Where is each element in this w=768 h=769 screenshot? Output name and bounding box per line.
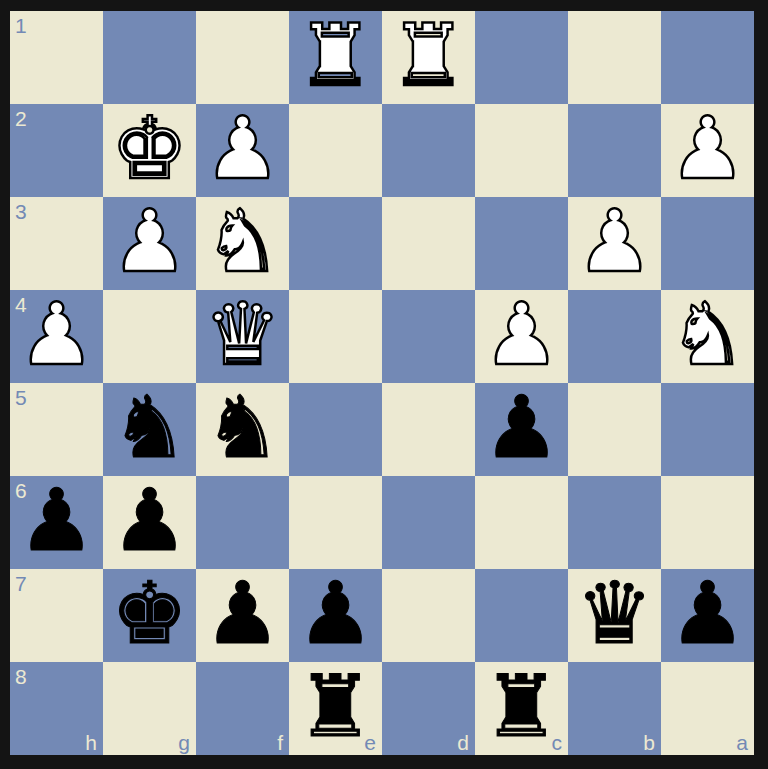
- piece-black-king-g7[interactable]: ♚: [111, 567, 188, 660]
- square-e4[interactable]: [289, 290, 382, 383]
- square-d3[interactable]: [382, 197, 475, 290]
- piece-white-rook-d1[interactable]: ♜: [390, 9, 467, 102]
- piece-white-pawn-c4[interactable]: ♟: [483, 288, 560, 381]
- square-f7[interactable]: ♟: [196, 569, 289, 662]
- square-d1[interactable]: ♜: [382, 11, 475, 104]
- rank-label-7: 7: [15, 573, 27, 594]
- square-d7[interactable]: [382, 569, 475, 662]
- square-e1[interactable]: ♜: [289, 11, 382, 104]
- square-b7[interactable]: ♛: [568, 569, 661, 662]
- square-h6[interactable]: 6♟: [10, 476, 103, 569]
- file-label-a: a: [736, 732, 748, 753]
- square-g1[interactable]: [103, 11, 196, 104]
- piece-black-knight-g5[interactable]: ♞: [111, 381, 188, 474]
- square-c7[interactable]: [475, 569, 568, 662]
- square-g4[interactable]: [103, 290, 196, 383]
- piece-black-queen-b7[interactable]: ♛: [576, 567, 653, 660]
- piece-black-rook-e8[interactable]: ♜: [297, 660, 374, 753]
- square-f6[interactable]: [196, 476, 289, 569]
- square-d4[interactable]: [382, 290, 475, 383]
- rank-label-1: 1: [15, 15, 27, 36]
- piece-white-pawn-g3[interactable]: ♟: [111, 195, 188, 288]
- square-b4[interactable]: [568, 290, 661, 383]
- square-h5[interactable]: 5: [10, 383, 103, 476]
- piece-black-pawn-f7[interactable]: ♟: [204, 567, 281, 660]
- square-f5[interactable]: ♞: [196, 383, 289, 476]
- rank-label-3: 3: [15, 201, 27, 222]
- square-e5[interactable]: [289, 383, 382, 476]
- square-h1[interactable]: 1: [10, 11, 103, 104]
- square-d6[interactable]: [382, 476, 475, 569]
- square-b6[interactable]: [568, 476, 661, 569]
- square-d5[interactable]: [382, 383, 475, 476]
- piece-black-knight-f5[interactable]: ♞: [204, 381, 281, 474]
- square-h4[interactable]: 4♟: [10, 290, 103, 383]
- square-c6[interactable]: [475, 476, 568, 569]
- square-f3[interactable]: ♞: [196, 197, 289, 290]
- square-e2[interactable]: [289, 104, 382, 197]
- square-f4[interactable]: ♛: [196, 290, 289, 383]
- square-b5[interactable]: [568, 383, 661, 476]
- chess-board: 1♜♜2♚♟♟3♟♞♟4♟♛♟♞5♞♞♟6♟♟7♚♟♟♛♟8hgfe♜dc♜ba: [10, 11, 754, 755]
- file-label-d: d: [457, 732, 469, 753]
- square-h3[interactable]: 3: [10, 197, 103, 290]
- square-e3[interactable]: [289, 197, 382, 290]
- square-c2[interactable]: [475, 104, 568, 197]
- square-f1[interactable]: [196, 11, 289, 104]
- square-b8[interactable]: b: [568, 662, 661, 755]
- square-d2[interactable]: [382, 104, 475, 197]
- square-a2[interactable]: ♟: [661, 104, 754, 197]
- piece-white-pawn-f2[interactable]: ♟: [204, 102, 281, 195]
- square-b1[interactable]: [568, 11, 661, 104]
- square-e8[interactable]: e♜: [289, 662, 382, 755]
- rank-label-8: 8: [15, 666, 27, 687]
- piece-white-pawn-b3[interactable]: ♟: [576, 195, 653, 288]
- square-f8[interactable]: f: [196, 662, 289, 755]
- square-a1[interactable]: [661, 11, 754, 104]
- square-a8[interactable]: a: [661, 662, 754, 755]
- board-frame: 1♜♜2♚♟♟3♟♞♟4♟♛♟♞5♞♞♟6♟♟7♚♟♟♛♟8hgfe♜dc♜ba: [0, 0, 768, 769]
- piece-black-pawn-h6[interactable]: ♟: [18, 474, 95, 567]
- square-g3[interactable]: ♟: [103, 197, 196, 290]
- piece-white-pawn-h4[interactable]: ♟: [18, 288, 95, 381]
- square-h2[interactable]: 2: [10, 104, 103, 197]
- square-g6[interactable]: ♟: [103, 476, 196, 569]
- square-a4[interactable]: ♞: [661, 290, 754, 383]
- piece-white-knight-a4[interactable]: ♞: [669, 288, 746, 381]
- square-a6[interactable]: [661, 476, 754, 569]
- square-a7[interactable]: ♟: [661, 569, 754, 662]
- file-label-b: b: [643, 732, 655, 753]
- piece-black-pawn-e7[interactable]: ♟: [297, 567, 374, 660]
- square-f2[interactable]: ♟: [196, 104, 289, 197]
- file-label-g: g: [178, 732, 190, 753]
- square-g8[interactable]: g: [103, 662, 196, 755]
- square-e6[interactable]: [289, 476, 382, 569]
- piece-white-king-g2[interactable]: ♚: [111, 102, 188, 195]
- piece-white-queen-f4[interactable]: ♛: [204, 288, 281, 381]
- square-d8[interactable]: d: [382, 662, 475, 755]
- square-a3[interactable]: [661, 197, 754, 290]
- square-g2[interactable]: ♚: [103, 104, 196, 197]
- file-label-h: h: [85, 732, 97, 753]
- rank-label-2: 2: [15, 108, 27, 129]
- square-h8[interactable]: 8h: [10, 662, 103, 755]
- square-c4[interactable]: ♟: [475, 290, 568, 383]
- square-c1[interactable]: [475, 11, 568, 104]
- square-c5[interactable]: ♟: [475, 383, 568, 476]
- piece-white-pawn-a2[interactable]: ♟: [669, 102, 746, 195]
- piece-black-pawn-c5[interactable]: ♟: [483, 381, 560, 474]
- square-c8[interactable]: c♜: [475, 662, 568, 755]
- square-h7[interactable]: 7: [10, 569, 103, 662]
- piece-black-pawn-a7[interactable]: ♟: [669, 567, 746, 660]
- piece-white-knight-f3[interactable]: ♞: [204, 195, 281, 288]
- square-g7[interactable]: ♚: [103, 569, 196, 662]
- square-g5[interactable]: ♞: [103, 383, 196, 476]
- file-label-f: f: [277, 732, 283, 753]
- piece-black-rook-c8[interactable]: ♜: [483, 660, 560, 753]
- square-a5[interactable]: [661, 383, 754, 476]
- square-c3[interactable]: [475, 197, 568, 290]
- rank-label-5: 5: [15, 387, 27, 408]
- square-b2[interactable]: [568, 104, 661, 197]
- piece-white-rook-e1[interactable]: ♜: [297, 9, 374, 102]
- piece-black-pawn-g6[interactable]: ♟: [111, 474, 188, 567]
- square-b3[interactable]: ♟: [568, 197, 661, 290]
- square-e7[interactable]: ♟: [289, 569, 382, 662]
